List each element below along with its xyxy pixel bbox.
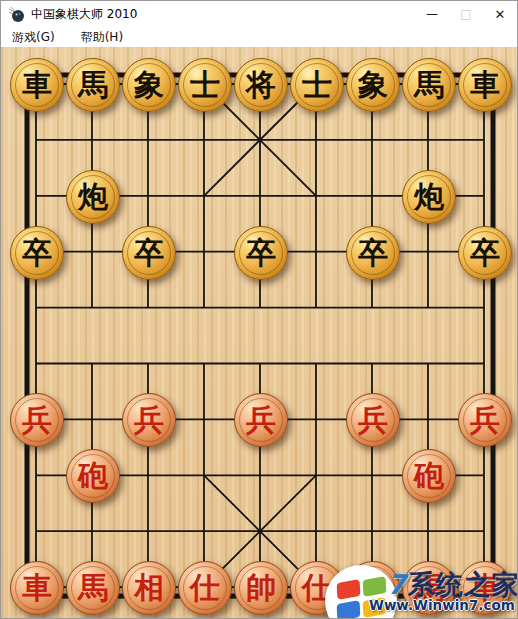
piece-red-cannon[interactable]: 砲	[66, 449, 120, 503]
piece-red-advisor[interactable]: 仕	[178, 561, 232, 615]
piece-red-advisor[interactable]: 仕	[290, 561, 344, 615]
app-icon	[8, 6, 25, 23]
piece-red-horse[interactable]: 馬	[66, 561, 120, 615]
piece-red-soldier[interactable]: 兵	[122, 393, 176, 447]
menu-help[interactable]: 帮助(H)	[78, 28, 126, 47]
menu-game[interactable]: 游戏(G)	[9, 28, 58, 47]
piece-red-general[interactable]: 帥	[234, 561, 288, 615]
piece-black-cannon[interactable]: 炮	[66, 170, 120, 224]
piece-red-cannon[interactable]: 砲	[402, 449, 456, 503]
maximize-button: □	[449, 1, 483, 27]
window-title: 中国象棋大师 2010	[31, 6, 415, 23]
close-button[interactable]: ✕	[483, 1, 517, 27]
piece-black-horse[interactable]: 馬	[402, 58, 456, 112]
board-grid-lines	[1, 47, 518, 619]
piece-red-soldier[interactable]: 兵	[10, 393, 64, 447]
piece-black-soldier[interactable]: 卒	[10, 226, 64, 280]
piece-black-general[interactable]: 将	[234, 58, 288, 112]
piece-black-soldier[interactable]: 卒	[458, 226, 512, 280]
piece-black-soldier[interactable]: 卒	[234, 226, 288, 280]
piece-black-elephant[interactable]: 象	[346, 58, 400, 112]
title-bar: 中国象棋大师 2010 — □ ✕	[1, 1, 517, 27]
piece-black-chariot[interactable]: 車	[10, 58, 64, 112]
piece-black-horse[interactable]: 馬	[66, 58, 120, 112]
piece-black-soldier[interactable]: 卒	[346, 226, 400, 280]
piece-black-advisor[interactable]: 士	[178, 58, 232, 112]
window-controls: — □ ✕	[415, 1, 517, 27]
piece-black-advisor[interactable]: 士	[290, 58, 344, 112]
piece-red-soldier[interactable]: 兵	[458, 393, 512, 447]
piece-red-elephant[interactable]: 相	[122, 561, 176, 615]
piece-red-elephant[interactable]: 相	[346, 561, 400, 615]
piece-red-chariot[interactable]: 車	[458, 561, 512, 615]
piece-black-soldier[interactable]: 卒	[122, 226, 176, 280]
piece-red-horse[interactable]: 馬	[402, 561, 456, 615]
piece-red-soldier[interactable]: 兵	[346, 393, 400, 447]
piece-red-chariot[interactable]: 車	[10, 561, 64, 615]
piece-black-cannon[interactable]: 炮	[402, 170, 456, 224]
app-window: 中国象棋大师 2010 — □ ✕ 游戏(G) 帮助(H) 車馬象士将士象馬車炮…	[0, 0, 518, 619]
piece-black-elephant[interactable]: 象	[122, 58, 176, 112]
piece-red-soldier[interactable]: 兵	[234, 393, 288, 447]
menu-bar: 游戏(G) 帮助(H)	[1, 27, 517, 47]
piece-black-chariot[interactable]: 車	[458, 58, 512, 112]
xiangqi-board[interactable]: 車馬象士将士象馬車炮炮卒卒卒卒卒兵兵兵兵兵砲砲車馬相仕帥仕相馬車 7系统之家 W…	[1, 47, 518, 619]
minimize-button[interactable]: —	[415, 1, 449, 27]
